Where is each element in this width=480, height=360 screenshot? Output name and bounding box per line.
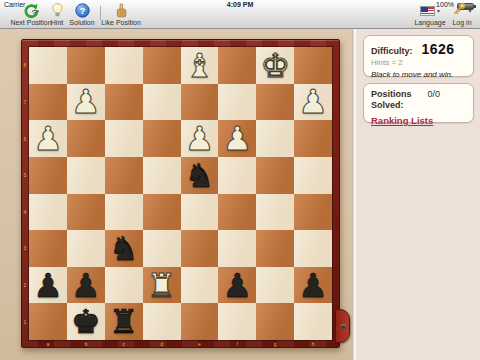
app-screen: Carrier 4:09 PM 100% Next Position [0,0,480,360]
square-g8[interactable]: ♚ [256,47,294,84]
file-label: a [29,341,67,347]
square-h6[interactable] [294,120,332,157]
square-e3[interactable] [181,230,219,267]
square-g5[interactable] [256,157,294,194]
square-c2[interactable] [105,267,143,304]
file-label: e [181,341,219,347]
square-e1[interactable] [181,303,219,340]
square-b4[interactable] [67,194,105,231]
solved-label: Solved: [371,100,466,110]
tab-knob [341,324,346,329]
white-bishop[interactable]: ♝ [185,49,215,82]
key-icon [452,2,466,20]
square-a7[interactable] [29,84,67,121]
square-b8[interactable] [67,47,105,84]
rank-label: 7 [22,84,28,121]
square-b7[interactable]: ♟ [67,84,105,121]
white-pawn[interactable]: ♟ [298,85,328,118]
square-c8[interactable] [105,47,143,84]
hint-button[interactable]: Hint [46,3,68,26]
square-a5[interactable] [29,157,67,194]
rank-label: 2 [22,267,28,304]
square-d6[interactable] [143,120,181,157]
positions-solved-box: Positions 0/0 Solved: Ranking Lists [363,83,474,123]
black-pawn[interactable]: ♟ [223,269,253,302]
square-b3[interactable] [67,230,105,267]
hint-label: Hint [51,19,63,26]
rank-label: 6 [22,120,28,157]
square-g4[interactable] [256,194,294,231]
square-e8[interactable]: ♝ [181,47,219,84]
header-bar: Carrier 4:09 PM 100% Next Position [0,0,480,29]
difficulty-box: Difficulty: 1626 Hints = 2 Black to move… [363,35,474,77]
square-h8[interactable] [294,47,332,84]
chess-board[interactable]: ♝♚♟♟♟♟♟♞♞♟♟♜♟♟♚♜ [28,46,333,341]
file-coordinates: abcdefgh [29,341,332,347]
login-button[interactable]: ▾ Log in [444,3,480,26]
square-h3[interactable] [294,230,332,267]
square-e6[interactable]: ♟ [181,120,219,157]
rank-label: 3 [22,230,28,267]
positions-solved-value: 0/0 [428,89,441,99]
file-label: b [67,341,105,347]
ranking-lists-link[interactable]: Ranking Lists [371,115,433,126]
square-e5[interactable]: ♞ [181,157,219,194]
white-pawn[interactable]: ♟ [33,122,63,155]
square-a1[interactable] [29,303,67,340]
black-pawn[interactable]: ♟ [33,269,63,302]
lightbulb-icon [51,3,64,18]
positions-label: Positions [371,89,412,99]
black-king[interactable]: ♚ [71,305,101,338]
rank-coordinates: 87654321 [22,47,28,340]
solution-button[interactable]: ? Solution [66,3,98,26]
login-label: Log in [452,19,471,26]
square-f8[interactable] [218,47,256,84]
info-panel: Difficulty: 1626 Hints = 2 Black to move… [357,29,480,360]
file-label: d [143,341,181,347]
square-g3[interactable] [256,230,294,267]
white-pawn[interactable]: ♟ [71,85,101,118]
difficulty-label: Difficulty: [371,46,413,56]
square-f2[interactable]: ♟ [218,267,256,304]
square-b5[interactable] [67,157,105,194]
rank-label: 8 [22,47,28,84]
solution-label: Solution [69,19,94,26]
square-b6[interactable] [67,120,105,157]
square-d2[interactable]: ♜ [143,267,181,304]
square-h1[interactable] [294,303,332,340]
file-label: f [218,341,256,347]
board-area: ♝♚♟♟♟♟♟♞♞♟♟♜♟♟♚♜ abcdefgh 87654321 [0,29,352,360]
square-e2[interactable] [181,267,219,304]
black-knight[interactable]: ♞ [185,159,215,192]
file-label: h [294,341,332,347]
rank-label: 1 [22,303,28,340]
square-c3[interactable]: ♞ [105,230,143,267]
question-mark-icon: ? [75,3,90,18]
square-d4[interactable] [143,194,181,231]
square-h7[interactable]: ♟ [294,84,332,121]
thumbs-up-icon [115,3,128,18]
square-a2[interactable]: ♟ [29,267,67,304]
square-f7[interactable] [218,84,256,121]
square-g7[interactable] [256,84,294,121]
rank-label: 4 [22,194,28,231]
square-f3[interactable] [218,230,256,267]
chevron-down-icon: ▾ [437,7,440,14]
like-position-button[interactable]: Like Position [101,3,141,26]
square-g1[interactable] [256,303,294,340]
board-side-tab[interactable] [335,309,350,343]
difficulty-value: 1626 [422,41,455,57]
move-instruction: Black to move and win. [371,70,466,79]
like-position-label: Like Position [101,19,141,26]
square-e4[interactable] [181,194,219,231]
us-flag-icon [420,6,435,16]
square-h5[interactable] [294,157,332,194]
square-h2[interactable]: ♟ [294,267,332,304]
square-f6[interactable]: ♟ [218,120,256,157]
white-rook[interactable]: ♜ [147,269,177,302]
square-g6[interactable] [256,120,294,157]
square-h4[interactable] [294,194,332,231]
square-f4[interactable] [218,194,256,231]
chess-board-frame: ♝♚♟♟♟♟♟♞♞♟♟♜♟♟♚♜ abcdefgh 87654321 [21,39,340,348]
chevron-down-icon: ▾ [468,7,471,14]
square-g2[interactable] [256,267,294,304]
svg-text:?: ? [79,5,85,16]
square-c7[interactable] [105,84,143,121]
white-king[interactable]: ♚ [260,49,290,82]
square-d1[interactable] [143,303,181,340]
square-d7[interactable] [143,84,181,121]
square-f1[interactable] [218,303,256,340]
square-a4[interactable] [29,194,67,231]
hints-remaining-label: Hints = 2 [371,58,466,67]
square-a8[interactable] [29,47,67,84]
black-rook[interactable]: ♜ [109,305,139,338]
square-f5[interactable] [218,157,256,194]
refresh-icon [23,3,39,18]
square-c6[interactable] [105,120,143,157]
square-e7[interactable] [181,84,219,121]
square-d3[interactable] [143,230,181,267]
square-a6[interactable]: ♟ [29,120,67,157]
white-pawn[interactable]: ♟ [223,122,253,155]
square-a3[interactable] [29,230,67,267]
square-b1[interactable]: ♚ [67,303,105,340]
file-label: g [256,341,294,347]
square-c4[interactable] [105,194,143,231]
rank-label: 5 [22,157,28,194]
square-d8[interactable] [143,47,181,84]
black-pawn[interactable]: ♟ [298,269,328,302]
language-label: Language [414,19,445,26]
square-d5[interactable] [143,157,181,194]
square-b2[interactable]: ♟ [67,267,105,304]
square-c5[interactable] [105,157,143,194]
main-content: ♝♚♟♟♟♟♟♞♞♟♟♜♟♟♚♜ abcdefgh 87654321 Diffi… [0,29,480,360]
white-pawn[interactable]: ♟ [185,122,215,155]
black-knight[interactable]: ♞ [109,232,139,265]
black-pawn[interactable]: ♟ [71,269,101,302]
file-label: c [105,341,143,347]
square-c1[interactable]: ♜ [105,303,143,340]
